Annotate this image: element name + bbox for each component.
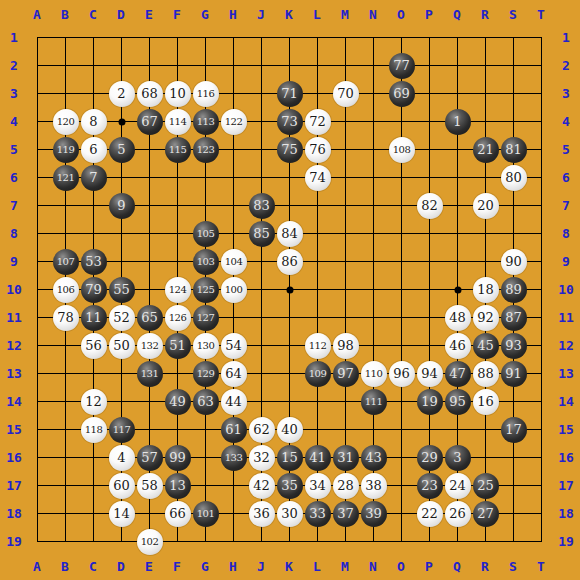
column-label-top: L [313,8,321,21]
stone-white-18-r10: 18 [473,277,499,303]
move-number: 79 [85,282,102,297]
move-number: 118 [85,424,103,435]
stone-black-103-g9: 103 [193,249,219,275]
move-number: 34 [309,478,326,493]
move-number: 68 [141,86,158,101]
move-number: 130 [197,340,215,351]
column-label-bottom: F [173,560,181,573]
stone-black-105-g8: 105 [193,221,219,247]
move-number: 40 [281,422,298,437]
column-label-top: D [117,8,125,21]
stone-white-102-e19: 102 [137,529,163,555]
move-number: 13 [169,478,186,493]
row-label-right: 19 [558,535,574,548]
stone-black-49-f14: 49 [165,389,191,415]
stone-black-73-k4: 73 [277,109,303,135]
move-number: 62 [253,422,270,437]
stone-black-97-m13: 97 [333,361,359,387]
stone-black-121-b6: 121 [53,165,79,191]
stone-black-57-e16: 57 [137,445,163,471]
stone-black-77-o2: 77 [389,53,415,79]
row-label-right: 18 [558,507,574,520]
move-number: 74 [309,170,326,185]
column-label-bottom: E [145,560,153,573]
move-number: 61 [225,422,242,437]
stone-black-47-q13: 47 [445,361,471,387]
stone-white-58-e17: 58 [137,473,163,499]
stone-white-122-h4: 122 [221,109,247,135]
go-board[interactable]: AA11BB22CC33DD44EE55FF66GG77HH88JJ99KK10… [0,0,580,580]
stone-black-89-s10: 89 [501,277,527,303]
move-number: 5 [117,142,125,157]
column-label-bottom: T [537,560,545,573]
move-number: 111 [365,396,383,407]
column-label-bottom: C [89,560,97,573]
stone-white-52-d11: 52 [109,305,135,331]
move-number: 35 [281,478,298,493]
stone-black-87-s11: 87 [501,305,527,331]
star-point-q10 [454,286,461,293]
column-label-top: T [537,8,545,21]
stone-white-36-j18: 36 [249,501,275,527]
move-number: 11 [85,310,102,325]
stone-black-129-g13: 129 [193,361,219,387]
move-number: 54 [225,338,242,353]
stone-black-11-c11: 11 [81,305,107,331]
move-number: 87 [505,310,522,325]
stone-black-131-e13: 131 [137,361,163,387]
move-number: 44 [225,394,242,409]
move-number: 19 [421,394,438,409]
move-number: 86 [281,254,298,269]
row-label-right: 11 [558,311,574,324]
stone-black-5-d5: 5 [109,137,135,163]
row-label-left: 4 [10,115,18,128]
stone-black-83-j7: 83 [249,193,275,219]
move-number: 110 [365,368,383,379]
stone-white-118-c15: 118 [81,417,107,443]
column-label-bottom: H [229,560,237,573]
stone-white-8-c4: 8 [81,109,107,135]
stone-white-130-g12: 130 [193,333,219,359]
row-label-right: 13 [558,367,574,380]
stone-white-28-m17: 28 [333,473,359,499]
row-label-right: 8 [562,227,570,240]
move-number: 119 [57,144,75,155]
stone-black-9-d7: 9 [109,193,135,219]
stone-white-94-p13: 94 [417,361,443,387]
stone-black-29-p16: 29 [417,445,443,471]
row-label-right: 12 [558,339,574,352]
move-number: 107 [57,256,75,267]
move-number: 55 [113,282,130,297]
stone-white-24-q17: 24 [445,473,471,499]
stone-black-133-h16: 133 [221,445,247,471]
stone-white-62-j15: 62 [249,417,275,443]
move-number: 45 [477,338,494,353]
move-number: 33 [309,506,326,521]
stone-white-100-h10: 100 [221,277,247,303]
stone-black-71-k3: 71 [277,81,303,107]
move-number: 84 [281,226,298,241]
move-number: 105 [197,228,215,239]
stone-black-91-s13: 91 [501,361,527,387]
move-number: 63 [197,394,214,409]
stone-white-92-r11: 92 [473,305,499,331]
move-number: 73 [281,114,298,129]
column-label-top: C [89,8,97,21]
row-label-left: 1 [10,31,18,44]
move-number: 113 [197,116,215,127]
stone-black-115-f5: 115 [165,137,191,163]
stone-white-88-r13: 88 [473,361,499,387]
stone-black-119-b5: 119 [53,137,79,163]
stone-black-1-q4: 1 [445,109,471,135]
move-number: 95 [449,394,466,409]
column-label-top: Q [453,8,461,21]
move-number: 42 [253,478,270,493]
row-label-left: 10 [6,283,22,296]
move-number: 77 [393,58,410,73]
move-number: 26 [449,506,466,521]
column-label-bottom: D [117,560,125,573]
column-label-bottom: G [201,560,209,573]
star-point-d4 [118,118,125,125]
stone-white-60-d17: 60 [109,473,135,499]
move-number: 125 [197,284,215,295]
column-label-bottom: Q [453,560,461,573]
stone-black-69-o3: 69 [389,81,415,107]
column-label-top: N [369,8,377,21]
stone-white-40-k15: 40 [277,417,303,443]
move-number: 123 [197,144,215,155]
stone-white-114-f4: 114 [165,109,191,135]
stone-black-125-g10: 125 [193,277,219,303]
stone-white-32-j16: 32 [249,445,275,471]
move-number: 106 [57,284,75,295]
stone-black-117-d15: 117 [109,417,135,443]
stone-black-41-l16: 41 [305,445,331,471]
stone-white-54-h12: 54 [221,333,247,359]
move-number: 88 [477,366,494,381]
row-label-left: 6 [10,171,18,184]
row-label-right: 16 [558,451,574,464]
move-number: 58 [141,478,158,493]
move-number: 41 [309,450,326,465]
stone-black-61-h15: 61 [221,417,247,443]
move-number: 27 [477,506,494,521]
stone-black-81-s5: 81 [501,137,527,163]
move-number: 103 [197,256,215,267]
stone-white-84-k8: 84 [277,221,303,247]
move-number: 85 [253,226,270,241]
row-label-right: 14 [558,395,574,408]
stone-black-67-e4: 67 [137,109,163,135]
stone-white-50-d12: 50 [109,333,135,359]
move-number: 69 [393,86,410,101]
row-label-left: 9 [10,255,18,268]
move-number: 28 [337,478,354,493]
move-number: 117 [113,424,131,435]
move-number: 91 [505,366,522,381]
stone-white-116-g3: 116 [193,81,219,107]
row-label-left: 3 [10,87,18,100]
stone-black-123-g5: 123 [193,137,219,163]
move-number: 121 [57,172,75,183]
move-number: 114 [169,116,187,127]
stone-black-85-j8: 85 [249,221,275,247]
move-number: 94 [421,366,438,381]
stone-black-99-f16: 99 [165,445,191,471]
stone-black-15-k16: 15 [277,445,303,471]
column-label-bottom: S [509,560,517,573]
move-number: 81 [505,142,522,157]
move-number: 17 [505,422,522,437]
stone-black-127-g11: 127 [193,305,219,331]
stone-white-90-s9: 90 [501,249,527,275]
stone-black-33-l18: 33 [305,501,331,527]
stone-white-70-m3: 70 [333,81,359,107]
stone-white-12-c14: 12 [81,389,107,415]
stone-white-108-o5: 108 [389,137,415,163]
stone-black-113-g4: 113 [193,109,219,135]
row-label-right: 5 [562,143,570,156]
column-label-bottom: P [425,560,433,573]
move-number: 7 [89,170,97,185]
stone-black-19-p14: 19 [417,389,443,415]
stone-white-30-k18: 30 [277,501,303,527]
move-number: 127 [197,312,215,323]
move-number: 32 [253,450,270,465]
column-label-top: J [257,8,265,21]
grid-line-horizontal [37,541,542,542]
move-number: 89 [505,282,522,297]
move-number: 21 [477,142,494,157]
stone-white-104-h9: 104 [221,249,247,275]
stone-black-31-m16: 31 [333,445,359,471]
move-number: 67 [141,114,158,129]
move-number: 99 [169,450,186,465]
move-number: 14 [113,506,130,521]
move-number: 4 [117,450,125,465]
stone-white-72-l4: 72 [305,109,331,135]
stone-black-93-s12: 93 [501,333,527,359]
row-label-left: 19 [6,535,22,548]
stone-black-111-n14: 111 [361,389,387,415]
row-label-right: 17 [558,479,574,492]
stone-black-63-g14: 63 [193,389,219,415]
stone-black-23-p17: 23 [417,473,443,499]
move-number: 101 [197,508,215,519]
stone-black-3-q16: 3 [445,445,471,471]
stone-white-112-l12: 112 [305,333,331,359]
move-number: 8 [89,114,97,129]
stone-white-78-b11: 78 [53,305,79,331]
row-label-left: 12 [6,339,22,352]
stone-white-34-l17: 34 [305,473,331,499]
move-number: 10 [169,86,186,101]
stone-white-56-c12: 56 [81,333,107,359]
row-label-left: 2 [10,59,18,72]
move-number: 104 [225,256,243,267]
move-number: 25 [477,478,494,493]
column-label-bottom: O [397,560,405,573]
move-number: 82 [421,198,438,213]
move-number: 72 [309,114,326,129]
grid-line-vertical [401,37,402,542]
stone-white-66-f18: 66 [165,501,191,527]
move-number: 122 [225,116,243,127]
column-label-top: P [425,8,433,21]
row-label-right: 4 [562,115,570,128]
column-label-top: M [341,8,349,21]
move-number: 90 [505,254,522,269]
move-number: 132 [141,340,159,351]
move-number: 30 [281,506,298,521]
stone-black-35-k17: 35 [277,473,303,499]
stone-white-126-f11: 126 [165,305,191,331]
move-number: 131 [141,368,159,379]
move-number: 6 [89,142,97,157]
stone-black-21-r5: 21 [473,137,499,163]
move-number: 51 [169,338,186,353]
stone-white-64-h13: 64 [221,361,247,387]
stone-black-53-c9: 53 [81,249,107,275]
stone-black-39-n18: 39 [361,501,387,527]
stone-white-46-q12: 46 [445,333,471,359]
stone-white-110-n13: 110 [361,361,387,387]
move-number: 115 [169,144,187,155]
move-number: 116 [197,88,215,99]
move-number: 15 [281,450,298,465]
row-label-right: 7 [562,199,570,212]
stone-white-10-f3: 10 [165,81,191,107]
column-label-top: R [481,8,489,21]
stone-white-20-r7: 20 [473,193,499,219]
column-label-top: S [509,8,517,21]
move-number: 2 [117,86,125,101]
move-number: 109 [309,368,327,379]
column-label-top: H [229,8,237,21]
stone-black-45-r12: 45 [473,333,499,359]
stone-white-38-n17: 38 [361,473,387,499]
stone-white-96-o13: 96 [389,361,415,387]
move-number: 24 [449,478,466,493]
stone-black-7-c6: 7 [81,165,107,191]
row-label-left: 17 [6,479,22,492]
move-number: 43 [365,450,382,465]
move-number: 60 [113,478,130,493]
row-label-left: 5 [10,143,18,156]
stone-black-43-n16: 43 [361,445,387,471]
stone-black-17-s15: 17 [501,417,527,443]
move-number: 53 [85,254,102,269]
column-label-top: K [285,8,293,21]
move-number: 124 [169,284,187,295]
move-number: 98 [337,338,354,353]
move-number: 12 [85,394,102,409]
move-number: 22 [421,506,438,521]
stone-black-55-d10: 55 [109,277,135,303]
column-label-top: A [33,8,41,21]
stone-white-48-q11: 48 [445,305,471,331]
move-number: 126 [169,312,187,323]
column-label-top: O [397,8,405,21]
row-label-left: 16 [6,451,22,464]
move-number: 120 [57,116,75,127]
move-number: 39 [365,506,382,521]
stone-black-101-g18: 101 [193,501,219,527]
stone-white-120-b4: 120 [53,109,79,135]
move-number: 36 [253,506,270,521]
stone-white-98-m12: 98 [333,333,359,359]
move-number: 64 [225,366,242,381]
move-number: 71 [281,86,298,101]
row-label-right: 3 [562,87,570,100]
stone-black-37-m18: 37 [333,501,359,527]
stone-white-42-j17: 42 [249,473,275,499]
column-label-bottom: M [341,560,349,573]
stone-white-26-q18: 26 [445,501,471,527]
move-number: 65 [141,310,158,325]
column-label-top: G [201,8,209,21]
column-label-bottom: L [313,560,321,573]
row-label-right: 2 [562,59,570,72]
move-number: 83 [253,198,270,213]
row-label-left: 13 [6,367,22,380]
move-number: 96 [393,366,410,381]
move-number: 1 [453,114,461,129]
row-label-left: 8 [10,227,18,240]
row-label-right: 6 [562,171,570,184]
move-number: 29 [421,450,438,465]
move-number: 93 [505,338,522,353]
column-label-top: B [61,8,69,21]
stone-black-75-k5: 75 [277,137,303,163]
stone-white-4-d16: 4 [109,445,135,471]
stone-white-22-p18: 22 [417,501,443,527]
row-label-right: 1 [562,31,570,44]
stone-black-13-f17: 13 [165,473,191,499]
move-number: 31 [337,450,354,465]
move-number: 38 [365,478,382,493]
move-number: 18 [477,282,494,297]
stone-white-16-r14: 16 [473,389,499,415]
move-number: 37 [337,506,354,521]
stone-black-25-r17: 25 [473,473,499,499]
move-number: 9 [117,198,125,213]
column-label-bottom: J [257,560,265,573]
move-number: 108 [393,144,411,155]
move-number: 46 [449,338,466,353]
column-label-bottom: B [61,560,69,573]
move-number: 3 [453,450,461,465]
stone-black-107-b9: 107 [53,249,79,275]
stone-white-2-d3: 2 [109,81,135,107]
stone-white-124-f10: 124 [165,277,191,303]
row-label-left: 18 [6,507,22,520]
move-number: 23 [421,478,438,493]
move-number: 50 [113,338,130,353]
stone-white-44-h14: 44 [221,389,247,415]
move-number: 47 [449,366,466,381]
row-label-right: 10 [558,283,574,296]
stone-white-6-c5: 6 [81,137,107,163]
stone-black-95-q14: 95 [445,389,471,415]
move-number: 97 [337,366,354,381]
stone-black-65-e11: 65 [137,305,163,331]
row-label-left: 14 [6,395,22,408]
